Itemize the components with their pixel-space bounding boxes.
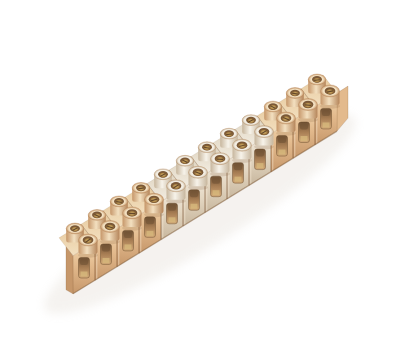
clamp-glint — [301, 136, 308, 141]
hole-shadow — [80, 259, 88, 265]
wire-entry-hole — [189, 190, 200, 211]
clamp-glint — [279, 150, 286, 155]
screw-tower-front — [101, 220, 120, 240]
screw-tower-front — [277, 112, 296, 132]
wire-entry-hole — [79, 258, 90, 279]
hole-shadow — [256, 151, 264, 157]
hole-shadow — [146, 218, 154, 224]
wire-entry-hole — [255, 149, 266, 170]
clamp-glint — [213, 190, 220, 195]
clamp-glint — [103, 258, 110, 263]
screw-slot — [314, 80, 320, 81]
wire-entry-hole — [321, 108, 332, 129]
clamp-glint — [257, 163, 264, 168]
wire-entry-hole — [277, 136, 288, 157]
screw-tower-front — [321, 85, 340, 105]
screw-tower-front — [211, 153, 230, 173]
screw-slot — [226, 134, 232, 135]
product-photo-frame — [0, 0, 400, 350]
screw-tower-front — [145, 193, 164, 213]
hole-shadow — [212, 178, 220, 184]
screw-tower-front — [79, 234, 98, 254]
clamp-glint — [81, 272, 88, 277]
hole-shadow — [322, 110, 330, 116]
wire-entry-hole — [211, 176, 222, 197]
wire-entry-hole — [145, 217, 156, 238]
hole-shadow — [234, 164, 242, 170]
screw-slot — [116, 202, 122, 203]
hole-shadow — [124, 232, 132, 238]
clamp-glint — [323, 122, 330, 127]
wire-entry-hole — [167, 203, 178, 224]
product-photo — [0, 0, 400, 350]
wire-entry-hole — [233, 163, 244, 184]
screw-tower-front — [189, 166, 208, 186]
hole-shadow — [190, 191, 198, 197]
hole-shadow — [300, 124, 308, 130]
screw-tower-front — [123, 207, 142, 227]
hole-shadow — [102, 245, 110, 251]
screw-tower-front — [299, 99, 318, 119]
clamp-glint — [191, 204, 198, 209]
clamp-glint — [125, 244, 132, 249]
wire-entry-hole — [123, 230, 134, 251]
screw-tower-front — [167, 180, 186, 200]
hole-shadow — [168, 205, 176, 211]
screw-slot — [305, 105, 311, 106]
screw-tower-front — [255, 126, 274, 146]
hole-shadow — [278, 137, 286, 143]
wire-entry-hole — [299, 122, 310, 143]
screw-tower-front — [233, 139, 252, 159]
wire-entry-hole — [101, 244, 112, 265]
clamp-glint — [169, 217, 176, 222]
clamp-glint — [235, 177, 242, 182]
clamp-glint — [147, 231, 154, 236]
